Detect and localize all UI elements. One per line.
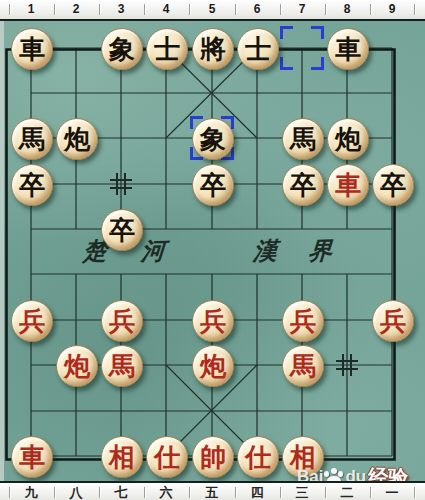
file-number-label-2: 2 [58, 1, 94, 18]
piece-black-advisor[interactable]: 士 [146, 28, 188, 70]
piece-red-advisor[interactable]: 仕 [237, 436, 279, 478]
piece-black-soldier[interactable]: 卒 [372, 164, 414, 206]
file-number-label-4: 4 [148, 1, 184, 18]
piece-red-soldier[interactable]: 兵 [372, 300, 414, 342]
file-number-label-1: 1 [13, 1, 49, 18]
file-number-label-3: 3 [103, 1, 139, 18]
piece-black-advisor[interactable]: 士 [237, 28, 279, 70]
river-text-char: 河 [140, 235, 166, 268]
coordinate-separator [325, 4, 326, 15]
river-text-char: 界 [307, 235, 333, 268]
piece-red-horse[interactable]: 馬 [101, 345, 143, 387]
move-origin-hash-marker [109, 172, 133, 196]
piece-red-advisor[interactable]: 仕 [146, 436, 188, 478]
piece-black-elephant[interactable]: 象 [192, 118, 234, 160]
piece-red-cannon[interactable]: 炮 [56, 345, 98, 387]
top-file-coordinates-bar: 123456789 [0, 0, 425, 21]
last-move-bracket [280, 26, 324, 70]
piece-black-cannon[interactable]: 炮 [56, 118, 98, 160]
piece-red-soldier[interactable]: 兵 [101, 300, 143, 342]
file-number-label-6: 6 [239, 1, 275, 18]
piece-black-soldier[interactable]: 卒 [11, 164, 53, 206]
file-cn-label-9: 一 [374, 484, 410, 500]
xiangqi-board[interactable]: 楚河漢界 車象士將士車馬炮象馬炮卒卒卒卒卒車兵兵兵兵兵炮馬炮馬車相仕帥仕相 Ba… [0, 19, 425, 481]
coordinate-separator [235, 487, 236, 498]
coordinate-separator [189, 4, 190, 15]
piece-red-cannon[interactable]: 炮 [192, 345, 234, 387]
file-number-label-5: 5 [194, 1, 230, 18]
coordinate-separator [189, 487, 190, 498]
file-cn-label-1: 九 [13, 484, 49, 500]
file-number-label-7: 7 [284, 1, 320, 18]
piece-red-soldier[interactable]: 兵 [282, 300, 324, 342]
piece-black-soldier[interactable]: 卒 [282, 164, 324, 206]
file-cn-label-8: 二 [329, 484, 365, 500]
xiangqi-app-window: 123456789 楚河漢界 車象士將士車馬炮象馬炮卒卒卒卒卒車兵兵兵兵兵炮馬炮… [0, 0, 425, 500]
coordinate-separator [325, 487, 326, 498]
board-outer-frame [7, 50, 395, 460]
piece-black-horse[interactable]: 馬 [11, 118, 53, 160]
file-cn-label-6: 四 [239, 484, 275, 500]
piece-red-soldier[interactable]: 兵 [11, 300, 53, 342]
move-origin-hash-marker [335, 353, 359, 377]
coordinate-separator [54, 4, 55, 15]
board-grid-lines [0, 19, 425, 481]
piece-red-elephant[interactable]: 相 [101, 436, 143, 478]
coordinate-separator [99, 487, 100, 498]
coordinate-separator [235, 4, 236, 15]
piece-red-king[interactable]: 帥 [192, 436, 234, 478]
coordinate-separator [280, 4, 281, 15]
coordinate-separator [414, 487, 415, 498]
piece-black-soldier[interactable]: 卒 [101, 209, 143, 251]
file-cn-label-2: 八 [58, 484, 94, 500]
coordinate-separator [144, 4, 145, 15]
coordinate-separator [54, 487, 55, 498]
bottom-file-coordinates-bar: 九八七六五四三二一 [0, 481, 425, 500]
piece-black-soldier[interactable]: 卒 [192, 164, 234, 206]
coordinate-separator [99, 4, 100, 15]
coordinate-separator [9, 487, 10, 498]
coordinate-separator [414, 4, 415, 15]
piece-red-horse[interactable]: 馬 [282, 345, 324, 387]
file-number-label-8: 8 [329, 1, 365, 18]
coordinate-separator [370, 487, 371, 498]
coordinate-separator [9, 4, 10, 15]
file-cn-label-5: 五 [194, 484, 230, 500]
file-number-label-9: 9 [374, 1, 410, 18]
river-text-char: 漢 [252, 235, 278, 268]
coordinate-separator [144, 487, 145, 498]
piece-black-general[interactable]: 將 [192, 28, 234, 70]
coordinate-separator [370, 4, 371, 15]
piece-black-chariot[interactable]: 車 [11, 28, 53, 70]
coordinate-separator [280, 487, 281, 498]
file-cn-label-4: 六 [148, 484, 184, 500]
piece-red-chariot[interactable]: 車 [11, 436, 53, 478]
file-cn-label-3: 七 [103, 484, 139, 500]
piece-red-soldier[interactable]: 兵 [192, 300, 234, 342]
piece-red-chariot[interactable]: 車 [327, 164, 369, 206]
file-cn-label-7: 三 [284, 484, 320, 500]
piece-black-chariot[interactable]: 車 [327, 28, 369, 70]
piece-black-elephant[interactable]: 象 [101, 28, 143, 70]
piece-black-horse[interactable]: 馬 [282, 118, 324, 160]
piece-black-cannon[interactable]: 炮 [327, 118, 369, 160]
